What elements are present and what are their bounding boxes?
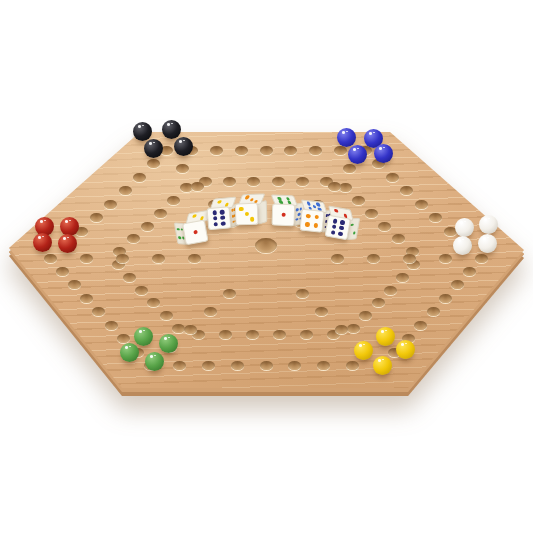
die-pip — [220, 210, 225, 215]
die-pip — [217, 200, 222, 204]
die-pip — [351, 223, 354, 226]
die-pip — [334, 208, 338, 212]
die-front-face — [235, 203, 259, 226]
die-pip — [353, 232, 356, 235]
die-front-face — [206, 206, 231, 230]
die-front-face — [299, 209, 324, 233]
die-pip — [212, 211, 217, 216]
die-3[interactable] — [233, 193, 264, 225]
die-2[interactable] — [205, 197, 238, 230]
die-pip — [306, 213, 311, 218]
die-pip — [281, 213, 286, 218]
die-pip — [192, 214, 196, 218]
die-pip — [314, 214, 319, 219]
die-pip — [220, 215, 225, 220]
die-pip — [213, 216, 218, 221]
die-front-face — [182, 220, 208, 246]
die-pip — [221, 221, 226, 226]
die-pip — [338, 231, 343, 236]
die-front-face — [271, 204, 295, 227]
die-pip — [239, 207, 244, 212]
die-pip — [316, 203, 321, 207]
die-pip — [340, 220, 345, 225]
die-4[interactable] — [270, 194, 301, 226]
die-front-face — [325, 215, 351, 241]
die-pip — [277, 196, 282, 200]
die-pip — [331, 230, 336, 235]
die-pip — [313, 223, 318, 228]
die-pip — [331, 224, 336, 229]
die-pip — [213, 222, 218, 227]
die-pip — [332, 219, 337, 224]
die-pip — [296, 208, 299, 211]
die-pip — [305, 222, 310, 227]
dice-layer — [0, 0, 533, 533]
die-pip — [285, 197, 290, 201]
die-pip — [244, 212, 249, 217]
die-pip — [193, 230, 198, 235]
die-pip — [307, 202, 312, 206]
die-pip — [250, 217, 255, 222]
die-6[interactable] — [324, 206, 359, 242]
die-pip — [296, 218, 299, 221]
photo-stage — [0, 0, 533, 533]
die-pip — [339, 226, 344, 231]
